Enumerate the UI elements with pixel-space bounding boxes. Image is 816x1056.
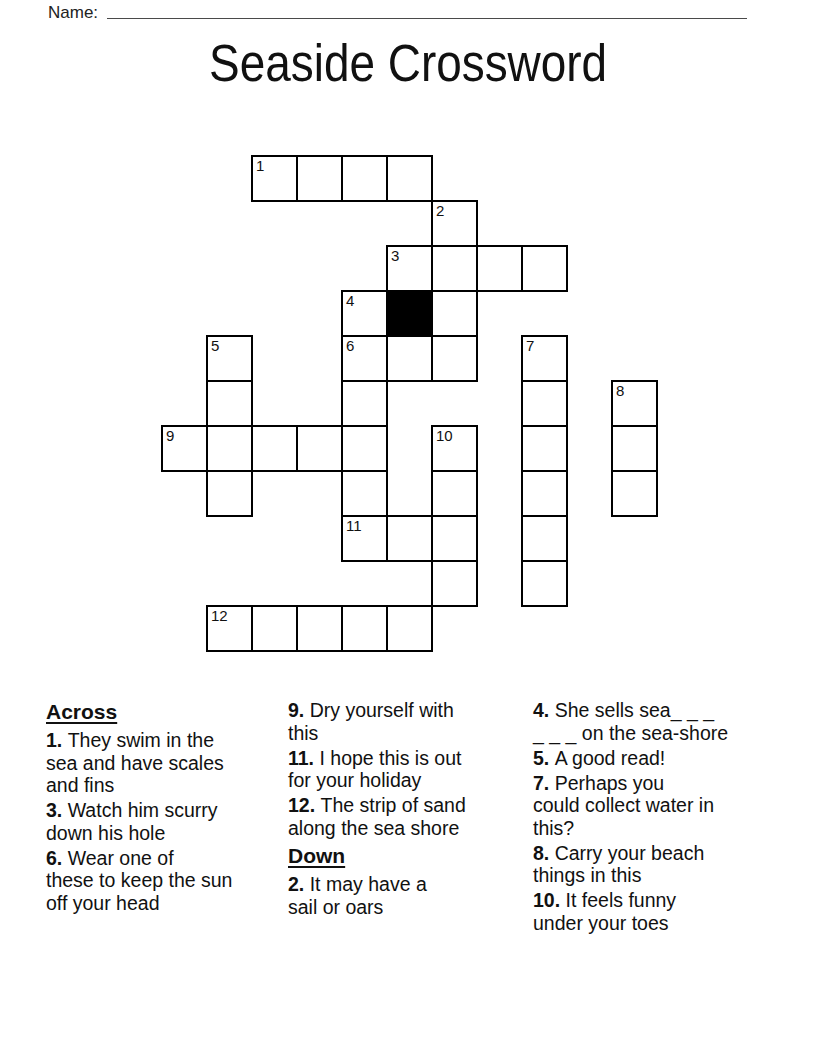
grid-cell-r2c7[interactable]: [476, 245, 523, 292]
grid-cell-r6c3[interactable]: [296, 425, 343, 472]
clue-number: 6.: [46, 847, 68, 869]
grid-cell-r10c1[interactable]: 12: [206, 605, 253, 652]
grid-cell-r8c4[interactable]: 11: [341, 515, 388, 562]
cell-number-9: 9: [166, 427, 174, 444]
clue-9: 9. Dry yourself with this: [288, 699, 510, 744]
grid-cell-r6c1[interactable]: [206, 425, 253, 472]
clue-text: They swim in the sea and have scales and…: [46, 729, 224, 796]
cell-number-12: 12: [211, 607, 228, 624]
clue-3: 3. Watch him scurry down his hole: [46, 799, 284, 844]
clue-number: 9.: [288, 699, 310, 721]
grid-cell-r7c6[interactable]: [431, 470, 478, 517]
down-header: Down: [288, 843, 510, 869]
clue-number: 3.: [46, 799, 68, 821]
grid-cell-r6c4[interactable]: [341, 425, 388, 472]
grid-cell-r1c6[interactable]: 2: [431, 200, 478, 247]
clue-10: 10. It feels funny under your toes: [533, 889, 765, 934]
grid-cell-r3c6[interactable]: [431, 290, 478, 337]
clue-8: 8. Carry your beach things in this: [533, 842, 765, 887]
cell-number-1: 1: [256, 157, 264, 174]
clue-11: 11. I hope this is out for your holiday: [288, 747, 510, 792]
clue-text: It may have a sail or oars: [288, 873, 427, 918]
clue-6: 6. Wear one of these to keep the sun off…: [46, 847, 284, 915]
clue-number: 5.: [533, 747, 555, 769]
grid-cell-r8c5[interactable]: [386, 515, 433, 562]
grid-cell-r6c2[interactable]: [251, 425, 298, 472]
cell-number-10: 10: [436, 427, 453, 444]
grid-cell-r4c6[interactable]: [431, 335, 478, 382]
cell-number-6: 6: [346, 337, 354, 354]
black-cell-r3c5: [386, 290, 433, 337]
grid-cell-r2c6[interactable]: [431, 245, 478, 292]
clues-column-2: 9. Dry yourself with this11. I hope this…: [288, 699, 510, 921]
clue-text: She sells sea_ _ _ _ _ _ on the sea-shor…: [533, 699, 728, 744]
clue-number: 7.: [533, 772, 555, 794]
cell-number-8: 8: [616, 382, 624, 399]
grid-cell-r7c1[interactable]: [206, 470, 253, 517]
across-header: Across: [46, 699, 284, 725]
clue-text: Dry yourself with this: [288, 699, 454, 744]
clue-number: 8.: [533, 842, 555, 864]
clue-number: 4.: [533, 699, 555, 721]
grid-cell-r6c6[interactable]: 10: [431, 425, 478, 472]
name-label: Name:: [48, 3, 98, 23]
clues-column-1: Across1. They swim in the sea and have s…: [46, 699, 284, 917]
clue-number: 11.: [288, 747, 319, 769]
grid-cell-r2c5[interactable]: 3: [386, 245, 433, 292]
clue-number: 12.: [288, 794, 321, 816]
grid-cell-r2c8[interactable]: [521, 245, 568, 292]
grid-cell-r0c5[interactable]: [386, 155, 433, 202]
cell-number-5: 5: [211, 337, 219, 354]
clue-4: 4. She sells sea_ _ _ _ _ _ on the sea-s…: [533, 699, 765, 744]
clue-text: Carry your beach things in this: [533, 842, 704, 887]
grid-cell-r7c4[interactable]: [341, 470, 388, 517]
grid-cell-r4c1[interactable]: 5: [206, 335, 253, 382]
grid-cell-r6c8[interactable]: [521, 425, 568, 472]
grid-cell-r5c8[interactable]: [521, 380, 568, 427]
grid-cell-r5c1[interactable]: [206, 380, 253, 427]
name-input-line[interactable]: [107, 2, 747, 19]
grid-cell-r0c2[interactable]: 1: [251, 155, 298, 202]
grid-cell-r4c8[interactable]: 7: [521, 335, 568, 382]
grid-cell-r0c3[interactable]: [296, 155, 343, 202]
clues-column-3: 4. She sells sea_ _ _ _ _ _ on the sea-s…: [533, 699, 765, 937]
clue-5: 5. A good read!: [533, 747, 765, 770]
grid-cell-r10c4[interactable]: [341, 605, 388, 652]
cell-number-3: 3: [391, 247, 399, 264]
grid-cell-r7c10[interactable]: [611, 470, 658, 517]
grid-cell-r5c10[interactable]: 8: [611, 380, 658, 427]
grid-cell-r5c4[interactable]: [341, 380, 388, 427]
grid-cell-r0c4[interactable]: [341, 155, 388, 202]
grid-cell-r3c4[interactable]: 4: [341, 290, 388, 337]
clue-text: Watch him scurry down his hole: [46, 799, 218, 844]
grid-cell-r6c10[interactable]: [611, 425, 658, 472]
grid-cell-r10c5[interactable]: [386, 605, 433, 652]
clue-2: 2. It may have a sail or oars: [288, 873, 510, 918]
clue-12: 12. The strip of sand along the sea shor…: [288, 794, 510, 839]
grid-cell-r7c8[interactable]: [521, 470, 568, 517]
grid-cell-r4c5[interactable]: [386, 335, 433, 382]
clue-1: 1. They swim in the sea and have scales …: [46, 729, 284, 797]
cell-number-11: 11: [346, 517, 362, 534]
grid-cell-r9c6[interactable]: [431, 560, 478, 607]
cell-number-4: 4: [346, 292, 354, 309]
grid-cell-r6c0[interactable]: 9: [161, 425, 208, 472]
grid-cell-r8c8[interactable]: [521, 515, 568, 562]
grid-cell-r9c8[interactable]: [521, 560, 568, 607]
clue-number: 10.: [533, 889, 566, 911]
cell-number-2: 2: [436, 202, 444, 219]
cell-number-7: 7: [526, 337, 534, 354]
page-title: Seaside Crossword: [0, 34, 816, 93]
clue-number: 1.: [46, 729, 68, 751]
crossword-grid: 123456789101112: [161, 155, 658, 652]
clue-text: Perhaps you could collect water in this?: [533, 772, 714, 839]
grid-cell-r8c6[interactable]: [431, 515, 478, 562]
grid-cell-r10c3[interactable]: [296, 605, 343, 652]
grid-cell-r10c2[interactable]: [251, 605, 298, 652]
clue-text: Wear one of these to keep the sun off yo…: [46, 847, 232, 914]
clue-number: 2.: [288, 873, 310, 895]
clue-text: A good read!: [555, 747, 666, 769]
clue-7: 7. Perhaps you could collect water in th…: [533, 772, 765, 840]
grid-cell-r4c4[interactable]: 6: [341, 335, 388, 382]
